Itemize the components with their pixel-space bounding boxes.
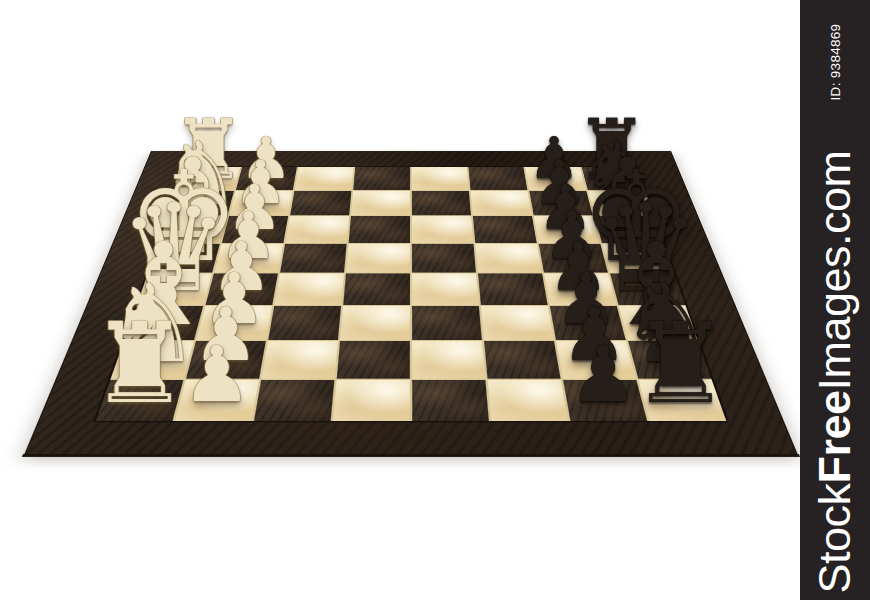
square-h5[interactable]: [412, 167, 469, 190]
square-a4[interactable]: [333, 380, 410, 421]
square-a5[interactable]: [412, 380, 489, 421]
watermark-site-free: Free: [809, 390, 860, 483]
watermark-site-rest: Images.com: [809, 150, 860, 390]
square-g4[interactable]: [351, 191, 410, 216]
square-e5[interactable]: [412, 244, 476, 273]
square-f5[interactable]: [412, 216, 473, 243]
square-a3[interactable]: [254, 380, 334, 421]
stock-photo-page: ♜♟♟♜♞♟♟♞♝♟♟♝♚♟♟♚♛♟♟♛♝♟♟♝♞♟♟♞♜♟♟♜ ID: 938…: [0, 0, 870, 600]
square-d4[interactable]: [343, 273, 410, 304]
square-b3[interactable]: [261, 341, 337, 378]
square-e4[interactable]: [346, 244, 410, 273]
square-d6[interactable]: [478, 273, 548, 304]
square-g3[interactable]: [290, 191, 351, 216]
square-a6[interactable]: [488, 380, 568, 421]
piece-white-pawn-a2[interactable]: ♟: [178, 336, 255, 413]
square-f6[interactable]: [473, 216, 537, 243]
watermark-site-name: StockFreeImages.com: [809, 150, 861, 593]
watermark-bar: ID: 9384869 StockFreeImages.com: [800, 0, 870, 600]
piece-black-rook-a8[interactable]: ♜: [625, 308, 736, 419]
chessboard-scene: ♜♟♟♜♞♟♟♞♝♟♟♝♚♟♟♚♛♟♟♛♝♟♟♝♞♟♟♞♜♟♟♜: [0, 0, 870, 600]
square-d3[interactable]: [274, 273, 344, 304]
square-e6[interactable]: [475, 244, 542, 273]
square-c5[interactable]: [412, 306, 482, 340]
square-d5[interactable]: [412, 273, 479, 304]
square-h6[interactable]: [468, 167, 527, 190]
square-c4[interactable]: [340, 306, 410, 340]
watermark-site-stock: Stock: [809, 484, 860, 594]
square-f3[interactable]: [285, 216, 349, 243]
square-g5[interactable]: [412, 191, 471, 216]
square-c3[interactable]: [268, 306, 341, 340]
square-h4[interactable]: [353, 167, 410, 190]
square-g6[interactable]: [471, 191, 532, 216]
square-h3[interactable]: [295, 167, 354, 190]
square-c6[interactable]: [481, 306, 554, 340]
square-b5[interactable]: [412, 341, 485, 378]
square-e3[interactable]: [280, 244, 347, 273]
square-f4[interactable]: [349, 216, 410, 243]
square-b6[interactable]: [484, 341, 560, 378]
watermark-image-id: ID: 9384869: [828, 24, 843, 101]
square-b4[interactable]: [337, 341, 410, 378]
